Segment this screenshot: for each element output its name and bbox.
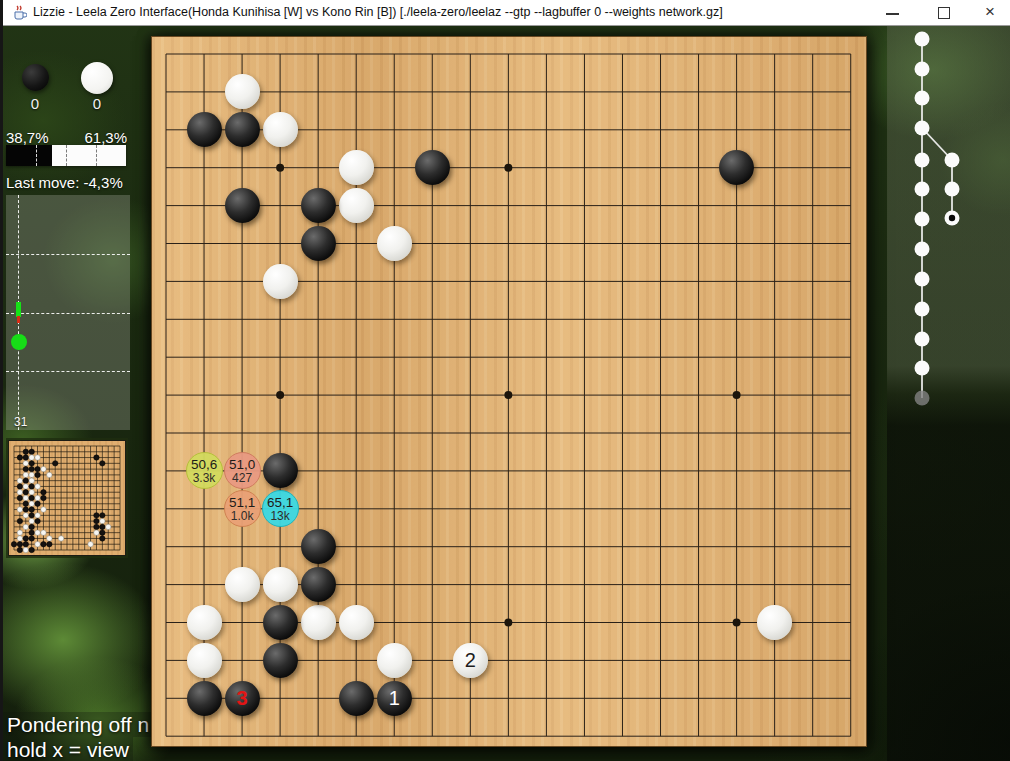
move-number-label: 3 <box>237 688 248 708</box>
go-stone-white[interactable] <box>339 188 374 223</box>
go-stone-white[interactable] <box>263 567 298 602</box>
graph-25-line <box>6 371 130 372</box>
java-icon <box>10 4 27 21</box>
white-capture-stone-icon <box>81 62 113 94</box>
winrate-bar <box>6 145 126 166</box>
go-stone-white[interactable] <box>757 605 792 640</box>
go-stone-white[interactable] <box>263 112 298 147</box>
graph-move-number: 31 <box>14 415 27 429</box>
graph-current-point <box>11 334 27 350</box>
pondering-status: Pondering off n <box>3 712 153 737</box>
go-stone-black[interactable] <box>225 112 260 147</box>
suggestion-winrate: 65,1 <box>267 496 293 510</box>
winrate-bar-50-mark <box>66 145 67 166</box>
go-stone-black[interactable]: 3 <box>225 681 260 716</box>
suggestion-visits: 3.3k <box>193 472 216 484</box>
tree-node[interactable] <box>915 62 930 77</box>
suggestion-winrate: 50,6 <box>191 458 217 472</box>
black-capture-count: 0 <box>20 95 50 112</box>
go-stone-black[interactable] <box>187 681 222 716</box>
go-stone-black[interactable] <box>225 188 260 223</box>
move-suggestion[interactable]: 51,11.0k <box>224 490 261 527</box>
winrate-bar-75-mark <box>96 145 97 166</box>
board-grid <box>152 37 868 748</box>
winrate-graph[interactable]: 31 <box>6 195 130 430</box>
tree-current-node-marker <box>949 215 955 221</box>
maximize-icon <box>938 7 950 19</box>
go-stone-black[interactable] <box>339 681 374 716</box>
black-winrate-label: 38,7% <box>6 129 49 146</box>
close-button[interactable]: × <box>975 0 1005 25</box>
thumbnail-grid <box>9 441 125 555</box>
maximize-button[interactable] <box>929 0 959 25</box>
suggestion-visits: 1.0k <box>231 510 254 522</box>
tree-node[interactable] <box>915 302 930 317</box>
variation-tree-panel[interactable] <box>887 26 1010 761</box>
last-move-delta: Last move: -4,3% <box>6 174 123 191</box>
move-suggestion[interactable]: 51,0427 <box>224 452 261 489</box>
tree-node[interactable] <box>915 32 930 47</box>
go-stone-black[interactable] <box>301 529 336 564</box>
go-stone-white[interactable] <box>377 643 412 678</box>
tree-node[interactable] <box>945 153 960 168</box>
white-winrate-label: 61,3% <box>84 129 127 146</box>
go-stone-black[interactable]: 1 <box>377 681 412 716</box>
suggestion-visits: 13k <box>270 510 289 522</box>
app-window: Lizzie - Leela Zero Interface(Honda Kuni… <box>0 0 1010 761</box>
suggestion-visits: 427 <box>232 472 252 484</box>
go-stone-white[interactable]: 2 <box>453 643 488 678</box>
go-stone-black[interactable] <box>187 112 222 147</box>
tree-node[interactable] <box>915 332 930 347</box>
tree-node[interactable] <box>915 272 930 287</box>
game-thumbnail-board[interactable] <box>8 440 126 556</box>
tree-node[interactable] <box>915 212 930 227</box>
move-number-label: 1 <box>389 688 400 708</box>
go-stone-white[interactable] <box>187 605 222 640</box>
window-title: Lizzie - Leela Zero Interface(Honda Kuni… <box>33 0 723 25</box>
go-stone-black[interactable] <box>263 605 298 640</box>
go-stone-white[interactable] <box>339 150 374 185</box>
move-suggestion[interactable]: 65,113k <box>262 490 299 527</box>
go-stone-white[interactable] <box>263 264 298 299</box>
move-number-label: 2 <box>465 650 476 670</box>
go-stone-black[interactable] <box>263 643 298 678</box>
go-stone-white[interactable] <box>339 605 374 640</box>
variation-tree <box>887 26 1010 761</box>
minimize-icon <box>886 13 899 15</box>
tree-node[interactable] <box>915 361 930 376</box>
suggestion-winrate: 51,1 <box>229 496 255 510</box>
black-capture-stone-icon <box>22 64 49 91</box>
graph-winrate-segment <box>16 302 21 317</box>
tree-node[interactable] <box>945 182 960 197</box>
tree-node[interactable] <box>915 182 930 197</box>
white-capture-count: 0 <box>82 95 112 112</box>
tree-node[interactable] <box>915 91 930 106</box>
graph-50-line <box>6 313 130 314</box>
winrate-bar-25-mark <box>36 145 37 166</box>
go-stone-white[interactable] <box>301 605 336 640</box>
go-stone-black[interactable] <box>301 188 336 223</box>
keybinding-hint: hold x = view <box>3 737 133 761</box>
tree-node[interactable] <box>915 121 930 136</box>
go-stone-black[interactable] <box>263 453 298 488</box>
go-stone-white[interactable] <box>377 226 412 261</box>
graph-loss-tick <box>17 316 20 323</box>
tree-node[interactable] <box>915 153 930 168</box>
go-stone-white[interactable] <box>225 74 260 109</box>
go-stone-black[interactable] <box>301 567 336 602</box>
go-stone-black[interactable] <box>415 150 450 185</box>
graph-75-line <box>6 254 130 255</box>
tree-node-ghost[interactable] <box>915 391 930 406</box>
go-stone-white[interactable] <box>187 643 222 678</box>
winrate-bar-black-portion <box>6 145 52 166</box>
title-bar[interactable]: Lizzie - Leela Zero Interface(Honda Kuni… <box>3 0 1010 26</box>
move-suggestion[interactable]: 50,63.3k <box>186 452 223 489</box>
minimize-button[interactable] <box>877 0 907 25</box>
tree-node[interactable] <box>915 242 930 257</box>
go-board[interactable]: 23150,63.3k51,042751,11.0k65,113k <box>151 36 867 747</box>
go-stone-black[interactable] <box>301 226 336 261</box>
go-stone-white[interactable] <box>225 567 260 602</box>
suggestion-winrate: 51,0 <box>229 458 255 472</box>
